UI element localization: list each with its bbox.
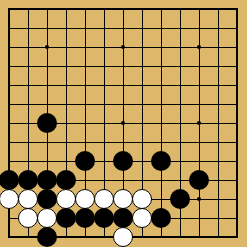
stone-white: [132, 208, 152, 228]
stone-black: [113, 151, 133, 171]
stone-white: [0, 189, 19, 209]
stone-black: [18, 170, 38, 190]
stone-black: [37, 189, 57, 209]
stone-black: [56, 170, 76, 190]
stone-black: [113, 208, 133, 228]
star-point: [197, 121, 201, 125]
stone-black: [151, 208, 171, 228]
stone-white: [18, 189, 38, 209]
stone-white: [94, 189, 114, 209]
star-point: [121, 45, 125, 49]
stone-black: [37, 170, 57, 190]
star-point: [121, 121, 125, 125]
go-board: [0, 0, 247, 247]
board-surface[interactable]: [0, 0, 247, 247]
stone-black: [170, 189, 190, 209]
star-point: [197, 197, 201, 201]
stone-black: [189, 170, 209, 190]
star-point: [45, 45, 49, 49]
stone-white: [18, 208, 38, 228]
grid-line-horizontal: [9, 142, 237, 143]
stone-black: [75, 151, 95, 171]
grid-line-vertical: [161, 9, 162, 237]
stone-black: [37, 113, 57, 133]
stone-white: [75, 189, 95, 209]
stone-black: [75, 208, 95, 228]
stone-white: [56, 189, 76, 209]
stone-white: [132, 189, 152, 209]
stone-black: [94, 208, 114, 228]
stone-black: [56, 208, 76, 228]
stone-black: [151, 151, 171, 171]
stone-white: [113, 189, 133, 209]
stone-black: [37, 227, 57, 247]
stone-white: [113, 227, 133, 247]
stone-black: [0, 170, 19, 190]
star-point: [197, 45, 201, 49]
grid-line-vertical: [218, 9, 219, 237]
stone-white: [37, 208, 57, 228]
